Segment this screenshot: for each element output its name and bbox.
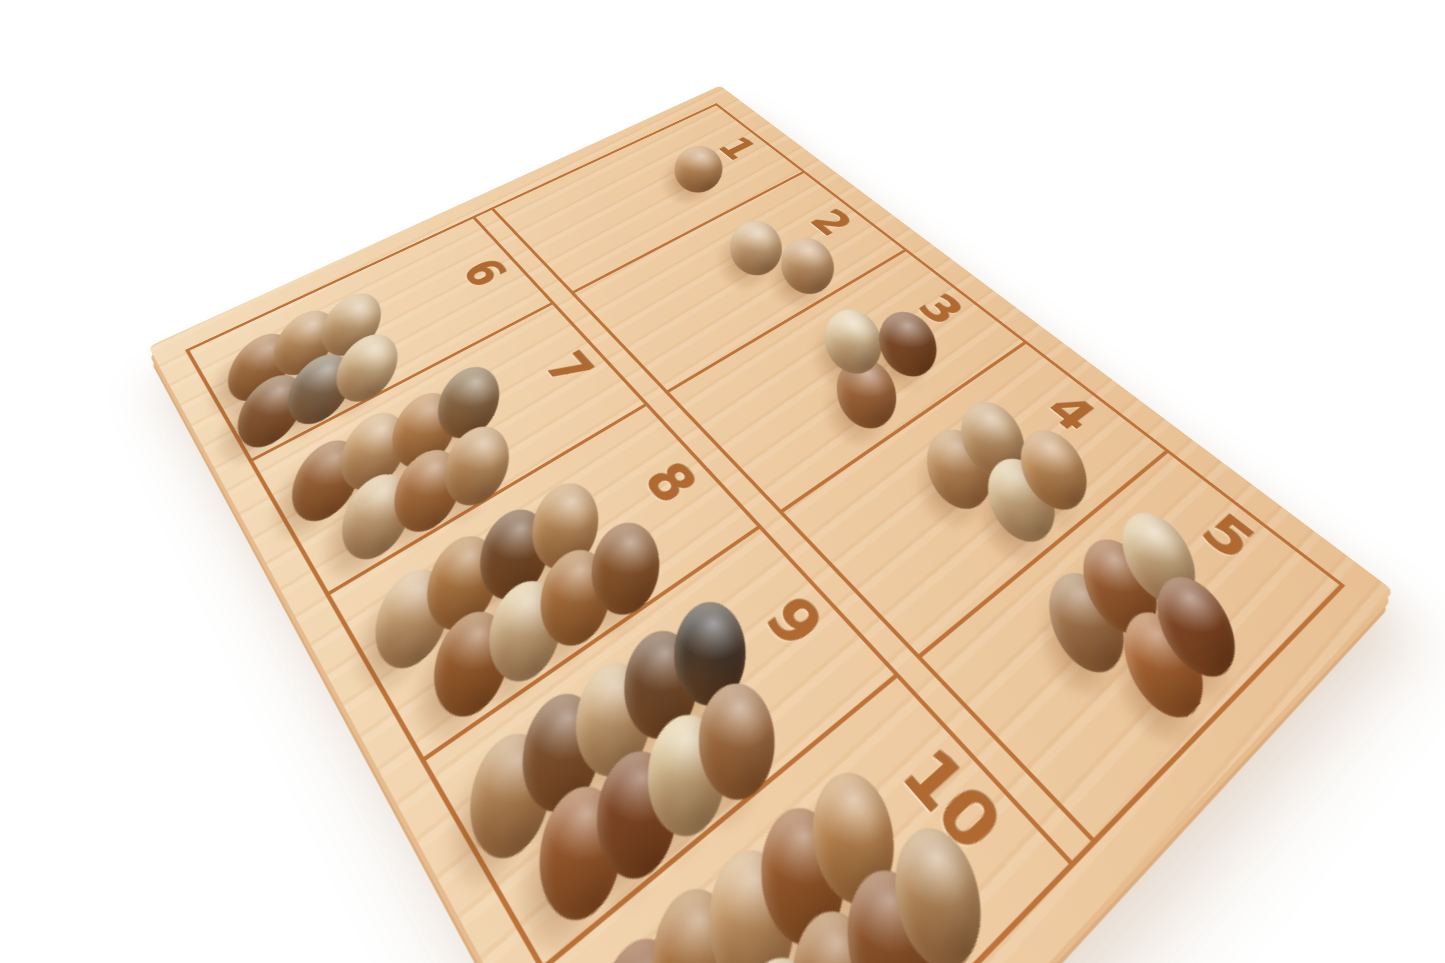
ball-wood[interactable] (589, 523, 663, 615)
board-surface: 67891012345 (149, 86, 1394, 963)
engraved-number-8: 8 (627, 446, 714, 522)
ball-wood[interactable] (698, 683, 777, 799)
ball-wood[interactable] (1014, 430, 1097, 509)
engraved-number-6: 6 (448, 247, 519, 300)
engraved-number-7: 7 (530, 338, 609, 401)
ball-wood[interactable] (780, 239, 837, 295)
counting-board: 67891012345 (149, 86, 1394, 963)
ball-wood[interactable] (1147, 578, 1250, 678)
engraved-number-9: 9 (744, 576, 842, 668)
ball-wood[interactable] (674, 146, 723, 193)
scene: 67891012345 (0, 0, 1445, 963)
ball-wood[interactable] (890, 830, 991, 963)
